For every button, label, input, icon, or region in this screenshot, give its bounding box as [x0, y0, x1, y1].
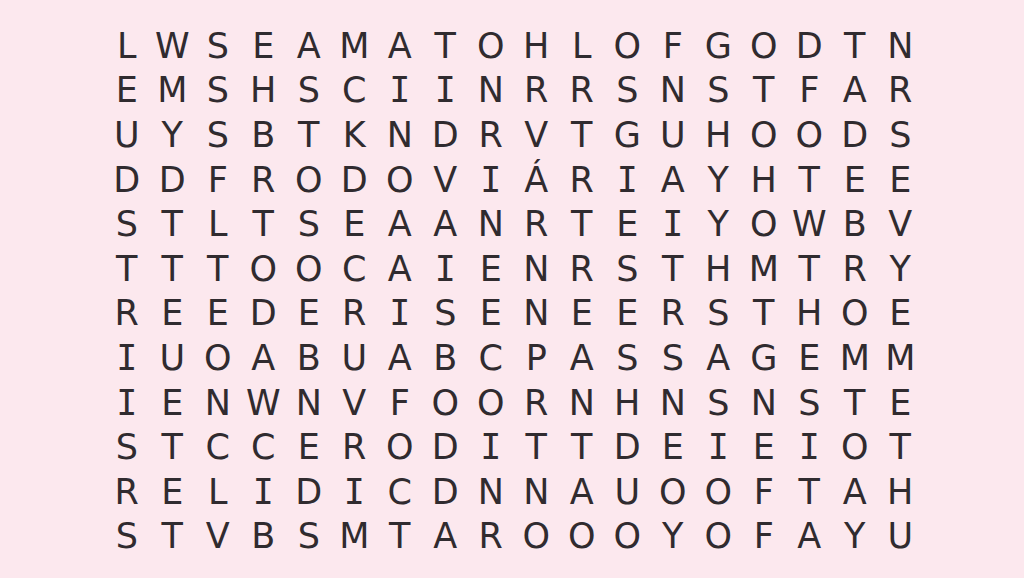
- letter-cell[interactable]: R: [468, 113, 514, 158]
- letter-cell[interactable]: S: [195, 24, 241, 69]
- letter-cell[interactable]: V: [423, 158, 469, 203]
- letter-cell[interactable]: A: [787, 515, 833, 560]
- word-search-board: LWSEAMATOHLOFGODTNEMSHSCIINRRSNSTFARUYSB…: [104, 24, 923, 559]
- letter-cell[interactable]: I: [696, 425, 742, 470]
- letter-cell[interactable]: S: [696, 292, 742, 337]
- letter-cell[interactable]: S: [104, 425, 150, 470]
- letter-cell[interactable]: N: [741, 381, 787, 426]
- letter-cell[interactable]: E: [104, 69, 150, 114]
- letter-cell[interactable]: R: [241, 158, 287, 203]
- letter-cell[interactable]: E: [332, 202, 378, 247]
- letter-cell[interactable]: E: [468, 247, 514, 292]
- letter-cell[interactable]: R: [878, 69, 924, 114]
- letter-cell[interactable]: Y: [696, 158, 742, 203]
- letter-cell[interactable]: F: [377, 381, 423, 426]
- letter-cell[interactable]: N: [514, 292, 560, 337]
- letter-cell[interactable]: S: [104, 515, 150, 560]
- letter-cell[interactable]: S: [286, 69, 332, 114]
- letter-cell[interactable]: D: [286, 470, 332, 515]
- letter-cell[interactable]: O: [468, 381, 514, 426]
- letter-cell[interactable]: A: [423, 515, 469, 560]
- letter-cell[interactable]: O: [377, 158, 423, 203]
- letter-cell[interactable]: S: [286, 202, 332, 247]
- letter-cell[interactable]: O: [423, 381, 469, 426]
- letter-cell[interactable]: O: [696, 515, 742, 560]
- letter-cell[interactable]: O: [559, 515, 605, 560]
- letter-cell[interactable]: N: [195, 381, 241, 426]
- letter-cell[interactable]: D: [423, 113, 469, 158]
- letter-cell[interactable]: S: [696, 381, 742, 426]
- letter-cell[interactable]: Y: [150, 113, 196, 158]
- letter-cell[interactable]: S: [696, 69, 742, 114]
- letter-cell[interactable]: R: [514, 202, 560, 247]
- letter-cell[interactable]: W: [787, 202, 833, 247]
- letter-cell[interactable]: O: [377, 425, 423, 470]
- letter-cell[interactable]: E: [150, 381, 196, 426]
- letter-cell[interactable]: T: [377, 515, 423, 560]
- letter-cell[interactable]: E: [286, 292, 332, 337]
- letter-cell[interactable]: O: [741, 202, 787, 247]
- letter-cell[interactable]: I: [104, 381, 150, 426]
- letter-cell[interactable]: C: [332, 247, 378, 292]
- letter-cell[interactable]: D: [787, 24, 833, 69]
- letter-cell[interactable]: R: [332, 425, 378, 470]
- letter-cell[interactable]: G: [605, 113, 651, 158]
- letter-cell[interactable]: F: [195, 158, 241, 203]
- letter-cell[interactable]: V: [195, 515, 241, 560]
- letter-cell[interactable]: O: [605, 24, 651, 69]
- letter-cell[interactable]: A: [377, 24, 423, 69]
- letter-cell[interactable]: D: [605, 425, 651, 470]
- letter-cell[interactable]: E: [741, 425, 787, 470]
- letter-cell[interactable]: N: [878, 24, 924, 69]
- letter-cell[interactable]: I: [605, 158, 651, 203]
- letter-cell[interactable]: O: [286, 247, 332, 292]
- letter-cell[interactable]: O: [241, 247, 287, 292]
- letter-cell[interactable]: E: [787, 336, 833, 381]
- letter-cell[interactable]: G: [741, 336, 787, 381]
- letter-cell[interactable]: O: [650, 470, 696, 515]
- letter-cell[interactable]: U: [104, 113, 150, 158]
- letter-cell[interactable]: S: [650, 336, 696, 381]
- letter-cell[interactable]: W: [241, 381, 287, 426]
- letter-cell[interactable]: T: [195, 247, 241, 292]
- letter-cell[interactable]: T: [286, 113, 332, 158]
- letter-cell[interactable]: A: [559, 470, 605, 515]
- letter-cell[interactable]: R: [514, 69, 560, 114]
- letter-cell[interactable]: F: [650, 24, 696, 69]
- letter-cell[interactable]: O: [741, 113, 787, 158]
- letter-cell[interactable]: N: [514, 247, 560, 292]
- letter-cell[interactable]: I: [241, 470, 287, 515]
- letter-cell[interactable]: V: [514, 113, 560, 158]
- letter-cell[interactable]: S: [195, 113, 241, 158]
- letter-cell[interactable]: S: [423, 292, 469, 337]
- letter-cell[interactable]: H: [605, 381, 651, 426]
- letter-cell[interactable]: O: [195, 336, 241, 381]
- letter-cell[interactable]: O: [605, 515, 651, 560]
- letter-cell[interactable]: B: [286, 336, 332, 381]
- letter-cell[interactable]: C: [468, 336, 514, 381]
- letter-cell[interactable]: R: [650, 292, 696, 337]
- letter-cell[interactable]: B: [832, 202, 878, 247]
- letter-cell[interactable]: E: [286, 425, 332, 470]
- letter-cell[interactable]: N: [514, 470, 560, 515]
- letter-cell[interactable]: A: [377, 202, 423, 247]
- letter-cell[interactable]: B: [423, 336, 469, 381]
- letter-cell[interactable]: T: [878, 425, 924, 470]
- letter-cell[interactable]: A: [377, 336, 423, 381]
- letter-cell[interactable]: N: [650, 69, 696, 114]
- letter-cell[interactable]: L: [559, 24, 605, 69]
- letter-cell[interactable]: H: [514, 24, 560, 69]
- letter-cell[interactable]: H: [696, 247, 742, 292]
- letter-cell[interactable]: T: [241, 202, 287, 247]
- letter-cell[interactable]: N: [377, 113, 423, 158]
- letter-cell[interactable]: S: [605, 336, 651, 381]
- letter-cell[interactable]: L: [104, 24, 150, 69]
- letter-cell[interactable]: A: [286, 24, 332, 69]
- letter-cell[interactable]: O: [286, 158, 332, 203]
- letter-cell[interactable]: E: [605, 292, 651, 337]
- letter-cell[interactable]: C: [241, 425, 287, 470]
- letter-cell[interactable]: D: [423, 470, 469, 515]
- letter-cell[interactable]: S: [195, 69, 241, 114]
- letter-cell[interactable]: Y: [650, 515, 696, 560]
- letter-cell[interactable]: H: [787, 292, 833, 337]
- letter-cell[interactable]: B: [241, 515, 287, 560]
- letter-cell[interactable]: N: [559, 381, 605, 426]
- letter-cell[interactable]: U: [650, 113, 696, 158]
- letter-cell[interactable]: O: [514, 515, 560, 560]
- letter-cell[interactable]: I: [650, 202, 696, 247]
- letter-cell[interactable]: A: [832, 470, 878, 515]
- letter-cell[interactable]: I: [423, 69, 469, 114]
- letter-cell[interactable]: M: [878, 336, 924, 381]
- letter-cell[interactable]: Y: [878, 247, 924, 292]
- letter-cell[interactable]: E: [150, 470, 196, 515]
- letter-cell[interactable]: R: [514, 381, 560, 426]
- letter-cell[interactable]: D: [104, 158, 150, 203]
- letter-cell[interactable]: T: [150, 202, 196, 247]
- letter-cell[interactable]: S: [104, 202, 150, 247]
- letter-cell[interactable]: U: [150, 336, 196, 381]
- letter-cell[interactable]: T: [150, 247, 196, 292]
- letter-cell[interactable]: R: [559, 69, 605, 114]
- letter-cell[interactable]: F: [741, 470, 787, 515]
- letter-cell[interactable]: L: [195, 202, 241, 247]
- letter-cell[interactable]: R: [559, 247, 605, 292]
- letter-cell[interactable]: K: [332, 113, 378, 158]
- letter-cell[interactable]: D: [832, 113, 878, 158]
- letter-cell[interactable]: I: [377, 69, 423, 114]
- letter-cell[interactable]: T: [741, 292, 787, 337]
- letter-cell[interactable]: H: [241, 69, 287, 114]
- letter-cell[interactable]: N: [468, 470, 514, 515]
- letter-cell[interactable]: T: [559, 113, 605, 158]
- letter-cell[interactable]: C: [377, 470, 423, 515]
- letter-cell[interactable]: E: [878, 158, 924, 203]
- letter-cell[interactable]: L: [195, 470, 241, 515]
- letter-cell[interactable]: S: [878, 113, 924, 158]
- letter-cell[interactable]: Á: [514, 158, 560, 203]
- letter-cell[interactable]: S: [605, 247, 651, 292]
- letter-cell[interactable]: G: [696, 24, 742, 69]
- letter-cell[interactable]: E: [150, 292, 196, 337]
- letter-cell[interactable]: O: [741, 24, 787, 69]
- letter-cell[interactable]: F: [741, 515, 787, 560]
- letter-cell[interactable]: R: [832, 247, 878, 292]
- letter-cell[interactable]: T: [559, 202, 605, 247]
- letter-cell[interactable]: I: [377, 292, 423, 337]
- letter-cell[interactable]: M: [741, 247, 787, 292]
- letter-cell[interactable]: H: [741, 158, 787, 203]
- letter-cell[interactable]: M: [332, 515, 378, 560]
- letter-cell[interactable]: R: [468, 515, 514, 560]
- letter-cell[interactable]: T: [650, 247, 696, 292]
- letter-cell[interactable]: S: [605, 69, 651, 114]
- letter-cell[interactable]: O: [832, 425, 878, 470]
- letter-cell[interactable]: T: [787, 158, 833, 203]
- letter-cell[interactable]: F: [787, 69, 833, 114]
- letter-cell[interactable]: V: [332, 381, 378, 426]
- letter-cell[interactable]: O: [787, 113, 833, 158]
- letter-cell[interactable]: T: [104, 247, 150, 292]
- letter-cell[interactable]: I: [468, 158, 514, 203]
- letter-cell[interactable]: A: [423, 202, 469, 247]
- letter-cell[interactable]: I: [423, 247, 469, 292]
- letter-cell[interactable]: I: [468, 425, 514, 470]
- letter-cell[interactable]: A: [241, 336, 287, 381]
- letter-cell[interactable]: E: [559, 292, 605, 337]
- letter-cell[interactable]: C: [332, 69, 378, 114]
- letter-cell[interactable]: T: [514, 425, 560, 470]
- letter-cell[interactable]: H: [878, 470, 924, 515]
- letter-cell[interactable]: R: [104, 470, 150, 515]
- letter-cell[interactable]: T: [832, 24, 878, 69]
- letter-cell[interactable]: I: [104, 336, 150, 381]
- letter-cell[interactable]: W: [150, 24, 196, 69]
- letter-cell[interactable]: T: [787, 247, 833, 292]
- letter-cell[interactable]: O: [468, 24, 514, 69]
- letter-cell[interactable]: N: [650, 381, 696, 426]
- letter-cell[interactable]: B: [241, 113, 287, 158]
- letter-cell[interactable]: E: [605, 202, 651, 247]
- letter-cell[interactable]: D: [150, 158, 196, 203]
- letter-cell[interactable]: T: [559, 425, 605, 470]
- letter-cell[interactable]: A: [696, 336, 742, 381]
- letter-cell[interactable]: R: [104, 292, 150, 337]
- letter-cell[interactable]: N: [468, 69, 514, 114]
- letter-cell[interactable]: T: [423, 24, 469, 69]
- letter-cell[interactable]: A: [650, 158, 696, 203]
- letter-cell[interactable]: V: [878, 202, 924, 247]
- letter-cell[interactable]: E: [832, 158, 878, 203]
- letter-cell[interactable]: D: [241, 292, 287, 337]
- letter-cell[interactable]: O: [832, 292, 878, 337]
- word-search-page: { "game": "word-search", "board": { "row…: [0, 0, 1024, 578]
- letter-cell[interactable]: A: [377, 247, 423, 292]
- letter-cell[interactable]: R: [559, 158, 605, 203]
- letter-cell[interactable]: E: [650, 425, 696, 470]
- letter-cell[interactable]: A: [832, 69, 878, 114]
- letter-cell[interactable]: M: [150, 69, 196, 114]
- letter-cell[interactable]: Y: [832, 515, 878, 560]
- letter-cell[interactable]: E: [878, 381, 924, 426]
- letter-cell[interactable]: P: [514, 336, 560, 381]
- letter-cell[interactable]: Y: [696, 202, 742, 247]
- letter-cell[interactable]: T: [150, 425, 196, 470]
- letter-cell[interactable]: I: [787, 425, 833, 470]
- letter-cell[interactable]: M: [832, 336, 878, 381]
- letter-cell[interactable]: C: [195, 425, 241, 470]
- letter-cell[interactable]: N: [468, 202, 514, 247]
- letter-cell[interactable]: A: [559, 336, 605, 381]
- letter-cell[interactable]: E: [468, 292, 514, 337]
- letter-cell[interactable]: U: [332, 336, 378, 381]
- letter-cell[interactable]: E: [878, 292, 924, 337]
- letter-cell[interactable]: T: [150, 515, 196, 560]
- letter-cell[interactable]: E: [195, 292, 241, 337]
- letter-cell[interactable]: D: [423, 425, 469, 470]
- letter-cell[interactable]: R: [332, 292, 378, 337]
- letter-cell[interactable]: E: [241, 24, 287, 69]
- letter-cell[interactable]: S: [286, 515, 332, 560]
- letter-cell[interactable]: U: [878, 515, 924, 560]
- letter-cell[interactable]: S: [787, 381, 833, 426]
- letter-cell[interactable]: I: [332, 470, 378, 515]
- letter-cell[interactable]: M: [332, 24, 378, 69]
- letter-cell[interactable]: O: [696, 470, 742, 515]
- letter-cell[interactable]: N: [286, 381, 332, 426]
- letter-cell[interactable]: U: [605, 470, 651, 515]
- letter-cell[interactable]: D: [332, 158, 378, 203]
- letter-cell[interactable]: T: [741, 69, 787, 114]
- letter-cell[interactable]: H: [696, 113, 742, 158]
- letter-cell[interactable]: T: [832, 381, 878, 426]
- letter-cell[interactable]: T: [787, 470, 833, 515]
